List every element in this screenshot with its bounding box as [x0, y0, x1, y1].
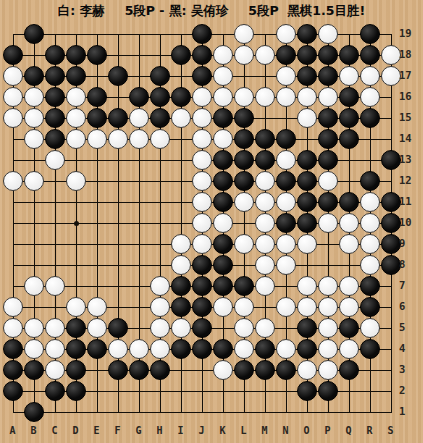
intersection-J18[interactable]: [191, 44, 212, 65]
intersection-P1[interactable]: [317, 401, 338, 422]
intersection-C12[interactable]: [44, 170, 65, 191]
intersection-P19[interactable]: [317, 23, 338, 44]
intersection-F11[interactable]: [107, 191, 128, 212]
intersection-F10[interactable]: [107, 212, 128, 233]
intersection-F14[interactable]: [107, 128, 128, 149]
intersection-N14[interactable]: [275, 128, 296, 149]
intersection-H12[interactable]: [149, 170, 170, 191]
intersection-G10[interactable]: [128, 212, 149, 233]
intersection-J14[interactable]: [191, 128, 212, 149]
intersection-R4[interactable]: [359, 338, 380, 359]
intersection-A5[interactable]: [2, 317, 23, 338]
intersection-Q16[interactable]: [338, 86, 359, 107]
intersection-G3[interactable]: [128, 359, 149, 380]
intersection-C19[interactable]: [44, 23, 65, 44]
intersection-O18[interactable]: [296, 44, 317, 65]
intersection-J9[interactable]: [191, 233, 212, 254]
intersection-D5[interactable]: [65, 317, 86, 338]
intersection-F1[interactable]: [107, 401, 128, 422]
intersection-C8[interactable]: [44, 254, 65, 275]
intersection-B17[interactable]: [23, 65, 44, 86]
intersection-S15[interactable]: [380, 107, 401, 128]
intersection-K13[interactable]: [212, 149, 233, 170]
intersection-H9[interactable]: [149, 233, 170, 254]
intersection-K6[interactable]: [212, 296, 233, 317]
intersection-S18[interactable]: [380, 44, 401, 65]
intersection-Q19[interactable]: [338, 23, 359, 44]
intersection-M13[interactable]: [254, 149, 275, 170]
intersection-E14[interactable]: [86, 128, 107, 149]
intersection-N16[interactable]: [275, 86, 296, 107]
intersection-H17[interactable]: [149, 65, 170, 86]
intersection-J2[interactable]: [191, 380, 212, 401]
intersection-H4[interactable]: [149, 338, 170, 359]
intersection-B16[interactable]: [23, 86, 44, 107]
intersection-S11[interactable]: [380, 191, 401, 212]
intersection-H2[interactable]: [149, 380, 170, 401]
intersection-B10[interactable]: [23, 212, 44, 233]
intersection-K19[interactable]: [212, 23, 233, 44]
intersection-K8[interactable]: [212, 254, 233, 275]
intersection-E12[interactable]: [86, 170, 107, 191]
intersection-J5[interactable]: [191, 317, 212, 338]
intersection-P9[interactable]: [317, 233, 338, 254]
intersection-A2[interactable]: [2, 380, 23, 401]
intersection-A7[interactable]: [2, 275, 23, 296]
intersection-M3[interactable]: [254, 359, 275, 380]
intersection-L8[interactable]: [233, 254, 254, 275]
intersection-N12[interactable]: [275, 170, 296, 191]
intersection-D2[interactable]: [65, 380, 86, 401]
intersection-F15[interactable]: [107, 107, 128, 128]
intersection-M10[interactable]: [254, 212, 275, 233]
intersection-F5[interactable]: [107, 317, 128, 338]
intersection-E10[interactable]: [86, 212, 107, 233]
intersection-F8[interactable]: [107, 254, 128, 275]
intersection-J7[interactable]: [191, 275, 212, 296]
intersection-H15[interactable]: [149, 107, 170, 128]
intersection-Q18[interactable]: [338, 44, 359, 65]
intersection-N1[interactable]: [275, 401, 296, 422]
intersection-Q1[interactable]: [338, 401, 359, 422]
intersection-O19[interactable]: [296, 23, 317, 44]
intersection-N9[interactable]: [275, 233, 296, 254]
intersection-Q15[interactable]: [338, 107, 359, 128]
intersection-K16[interactable]: [212, 86, 233, 107]
intersection-O5[interactable]: [296, 317, 317, 338]
intersection-H11[interactable]: [149, 191, 170, 212]
intersection-R9[interactable]: [359, 233, 380, 254]
intersection-N15[interactable]: [275, 107, 296, 128]
intersection-S14[interactable]: [380, 128, 401, 149]
intersection-A10[interactable]: [2, 212, 23, 233]
intersection-N18[interactable]: [275, 44, 296, 65]
intersection-S6[interactable]: [380, 296, 401, 317]
intersection-G16[interactable]: [128, 86, 149, 107]
intersection-G6[interactable]: [128, 296, 149, 317]
intersection-C4[interactable]: [44, 338, 65, 359]
intersection-H16[interactable]: [149, 86, 170, 107]
intersection-O10[interactable]: [296, 212, 317, 233]
intersection-R7[interactable]: [359, 275, 380, 296]
intersection-P8[interactable]: [317, 254, 338, 275]
intersection-P7[interactable]: [317, 275, 338, 296]
intersection-Q7[interactable]: [338, 275, 359, 296]
intersection-A9[interactable]: [2, 233, 23, 254]
intersection-G1[interactable]: [128, 401, 149, 422]
intersection-P3[interactable]: [317, 359, 338, 380]
intersection-N10[interactable]: [275, 212, 296, 233]
intersection-L2[interactable]: [233, 380, 254, 401]
intersection-J19[interactable]: [191, 23, 212, 44]
intersection-D4[interactable]: [65, 338, 86, 359]
intersection-A3[interactable]: [2, 359, 23, 380]
intersection-I4[interactable]: [170, 338, 191, 359]
intersection-H14[interactable]: [149, 128, 170, 149]
intersection-G12[interactable]: [128, 170, 149, 191]
intersection-R17[interactable]: [359, 65, 380, 86]
intersection-J13[interactable]: [191, 149, 212, 170]
intersection-I12[interactable]: [170, 170, 191, 191]
intersection-O14[interactable]: [296, 128, 317, 149]
intersection-I6[interactable]: [170, 296, 191, 317]
intersection-O16[interactable]: [296, 86, 317, 107]
intersection-J16[interactable]: [191, 86, 212, 107]
intersection-O6[interactable]: [296, 296, 317, 317]
intersection-O8[interactable]: [296, 254, 317, 275]
intersection-L10[interactable]: [233, 212, 254, 233]
intersection-S10[interactable]: [380, 212, 401, 233]
intersection-S1[interactable]: [380, 401, 401, 422]
intersection-P17[interactable]: [317, 65, 338, 86]
intersection-Q4[interactable]: [338, 338, 359, 359]
intersection-G11[interactable]: [128, 191, 149, 212]
intersection-B1[interactable]: [23, 401, 44, 422]
intersection-K4[interactable]: [212, 338, 233, 359]
intersection-R6[interactable]: [359, 296, 380, 317]
intersection-E16[interactable]: [86, 86, 107, 107]
intersection-M6[interactable]: [254, 296, 275, 317]
intersection-Q14[interactable]: [338, 128, 359, 149]
intersection-J12[interactable]: [191, 170, 212, 191]
intersection-L19[interactable]: [233, 23, 254, 44]
intersection-M18[interactable]: [254, 44, 275, 65]
intersection-L15[interactable]: [233, 107, 254, 128]
intersection-L3[interactable]: [233, 359, 254, 380]
intersection-F3[interactable]: [107, 359, 128, 380]
intersection-S3[interactable]: [380, 359, 401, 380]
intersection-A1[interactable]: [2, 401, 23, 422]
intersection-M12[interactable]: [254, 170, 275, 191]
intersection-P10[interactable]: [317, 212, 338, 233]
intersection-D1[interactable]: [65, 401, 86, 422]
intersection-C2[interactable]: [44, 380, 65, 401]
intersection-A13[interactable]: [2, 149, 23, 170]
intersection-M4[interactable]: [254, 338, 275, 359]
intersection-S5[interactable]: [380, 317, 401, 338]
intersection-J8[interactable]: [191, 254, 212, 275]
intersection-J10[interactable]: [191, 212, 212, 233]
intersection-P12[interactable]: [317, 170, 338, 191]
intersection-D16[interactable]: [65, 86, 86, 107]
intersection-F18[interactable]: [107, 44, 128, 65]
intersection-R12[interactable]: [359, 170, 380, 191]
intersection-G7[interactable]: [128, 275, 149, 296]
intersection-O12[interactable]: [296, 170, 317, 191]
intersection-E7[interactable]: [86, 275, 107, 296]
intersection-H7[interactable]: [149, 275, 170, 296]
intersection-Q3[interactable]: [338, 359, 359, 380]
intersection-C6[interactable]: [44, 296, 65, 317]
intersection-O15[interactable]: [296, 107, 317, 128]
intersection-Q17[interactable]: [338, 65, 359, 86]
intersection-H8[interactable]: [149, 254, 170, 275]
intersection-L4[interactable]: [233, 338, 254, 359]
intersection-M17[interactable]: [254, 65, 275, 86]
intersection-C13[interactable]: [44, 149, 65, 170]
intersection-L12[interactable]: [233, 170, 254, 191]
intersection-P15[interactable]: [317, 107, 338, 128]
intersection-F17[interactable]: [107, 65, 128, 86]
intersection-R13[interactable]: [359, 149, 380, 170]
intersection-H18[interactable]: [149, 44, 170, 65]
intersection-G14[interactable]: [128, 128, 149, 149]
intersection-N17[interactable]: [275, 65, 296, 86]
intersection-R11[interactable]: [359, 191, 380, 212]
intersection-M7[interactable]: [254, 275, 275, 296]
intersection-B6[interactable]: [23, 296, 44, 317]
intersection-G13[interactable]: [128, 149, 149, 170]
intersection-D14[interactable]: [65, 128, 86, 149]
intersection-R10[interactable]: [359, 212, 380, 233]
intersection-L7[interactable]: [233, 275, 254, 296]
intersection-N2[interactable]: [275, 380, 296, 401]
intersection-D15[interactable]: [65, 107, 86, 128]
intersection-M16[interactable]: [254, 86, 275, 107]
intersection-L5[interactable]: [233, 317, 254, 338]
intersection-K14[interactable]: [212, 128, 233, 149]
intersection-L13[interactable]: [233, 149, 254, 170]
intersection-B7[interactable]: [23, 275, 44, 296]
intersection-E19[interactable]: [86, 23, 107, 44]
intersection-J11[interactable]: [191, 191, 212, 212]
intersection-A4[interactable]: [2, 338, 23, 359]
intersection-S12[interactable]: [380, 170, 401, 191]
intersection-R3[interactable]: [359, 359, 380, 380]
intersection-I10[interactable]: [170, 212, 191, 233]
intersection-L18[interactable]: [233, 44, 254, 65]
intersection-K11[interactable]: [212, 191, 233, 212]
intersection-O1[interactable]: [296, 401, 317, 422]
intersection-D18[interactable]: [65, 44, 86, 65]
intersection-G17[interactable]: [128, 65, 149, 86]
intersection-K12[interactable]: [212, 170, 233, 191]
intersection-Q10[interactable]: [338, 212, 359, 233]
intersection-K7[interactable]: [212, 275, 233, 296]
intersection-C5[interactable]: [44, 317, 65, 338]
intersection-I1[interactable]: [170, 401, 191, 422]
intersection-O2[interactable]: [296, 380, 317, 401]
intersection-K1[interactable]: [212, 401, 233, 422]
intersection-I3[interactable]: [170, 359, 191, 380]
intersection-D13[interactable]: [65, 149, 86, 170]
intersection-K17[interactable]: [212, 65, 233, 86]
intersection-D10[interactable]: [65, 212, 86, 233]
intersection-E15[interactable]: [86, 107, 107, 128]
intersection-N6[interactable]: [275, 296, 296, 317]
intersection-P18[interactable]: [317, 44, 338, 65]
intersection-H5[interactable]: [149, 317, 170, 338]
intersection-F12[interactable]: [107, 170, 128, 191]
intersection-B13[interactable]: [23, 149, 44, 170]
intersection-I18[interactable]: [170, 44, 191, 65]
intersection-A8[interactable]: [2, 254, 23, 275]
intersection-I11[interactable]: [170, 191, 191, 212]
intersection-S17[interactable]: [380, 65, 401, 86]
intersection-O9[interactable]: [296, 233, 317, 254]
intersection-I9[interactable]: [170, 233, 191, 254]
intersection-F16[interactable]: [107, 86, 128, 107]
intersection-H1[interactable]: [149, 401, 170, 422]
intersection-O17[interactable]: [296, 65, 317, 86]
intersection-E5[interactable]: [86, 317, 107, 338]
intersection-N11[interactable]: [275, 191, 296, 212]
intersection-A15[interactable]: [2, 107, 23, 128]
intersection-C18[interactable]: [44, 44, 65, 65]
intersection-I15[interactable]: [170, 107, 191, 128]
intersection-B5[interactable]: [23, 317, 44, 338]
intersection-A12[interactable]: [2, 170, 23, 191]
intersection-I2[interactable]: [170, 380, 191, 401]
intersection-L1[interactable]: [233, 401, 254, 422]
intersection-D3[interactable]: [65, 359, 86, 380]
intersection-B12[interactable]: [23, 170, 44, 191]
intersection-P14[interactable]: [317, 128, 338, 149]
intersection-B11[interactable]: [23, 191, 44, 212]
intersection-O13[interactable]: [296, 149, 317, 170]
intersection-E6[interactable]: [86, 296, 107, 317]
intersection-C7[interactable]: [44, 275, 65, 296]
intersection-J3[interactable]: [191, 359, 212, 380]
intersection-I7[interactable]: [170, 275, 191, 296]
intersection-D8[interactable]: [65, 254, 86, 275]
intersection-F7[interactable]: [107, 275, 128, 296]
intersection-L6[interactable]: [233, 296, 254, 317]
intersection-L11[interactable]: [233, 191, 254, 212]
intersection-S13[interactable]: [380, 149, 401, 170]
intersection-G4[interactable]: [128, 338, 149, 359]
intersection-N13[interactable]: [275, 149, 296, 170]
intersection-S7[interactable]: [380, 275, 401, 296]
intersection-B3[interactable]: [23, 359, 44, 380]
intersection-E17[interactable]: [86, 65, 107, 86]
intersection-E1[interactable]: [86, 401, 107, 422]
intersection-M5[interactable]: [254, 317, 275, 338]
intersection-S9[interactable]: [380, 233, 401, 254]
intersection-D11[interactable]: [65, 191, 86, 212]
intersection-S16[interactable]: [380, 86, 401, 107]
intersection-G19[interactable]: [128, 23, 149, 44]
intersection-B2[interactable]: [23, 380, 44, 401]
intersection-I17[interactable]: [170, 65, 191, 86]
intersection-K10[interactable]: [212, 212, 233, 233]
intersection-E8[interactable]: [86, 254, 107, 275]
intersection-A6[interactable]: [2, 296, 23, 317]
intersection-J6[interactable]: [191, 296, 212, 317]
intersection-B4[interactable]: [23, 338, 44, 359]
intersection-A11[interactable]: [2, 191, 23, 212]
intersection-P6[interactable]: [317, 296, 338, 317]
intersection-J4[interactable]: [191, 338, 212, 359]
intersection-N7[interactable]: [275, 275, 296, 296]
intersection-E18[interactable]: [86, 44, 107, 65]
intersection-H13[interactable]: [149, 149, 170, 170]
intersection-B8[interactable]: [23, 254, 44, 275]
intersection-G15[interactable]: [128, 107, 149, 128]
intersection-L16[interactable]: [233, 86, 254, 107]
intersection-S19[interactable]: [380, 23, 401, 44]
intersection-R14[interactable]: [359, 128, 380, 149]
intersection-B15[interactable]: [23, 107, 44, 128]
intersection-N3[interactable]: [275, 359, 296, 380]
intersection-H10[interactable]: [149, 212, 170, 233]
intersection-F13[interactable]: [107, 149, 128, 170]
intersection-Q13[interactable]: [338, 149, 359, 170]
intersection-E4[interactable]: [86, 338, 107, 359]
intersection-A19[interactable]: [2, 23, 23, 44]
intersection-J17[interactable]: [191, 65, 212, 86]
intersection-P5[interactable]: [317, 317, 338, 338]
intersection-L9[interactable]: [233, 233, 254, 254]
intersection-G5[interactable]: [128, 317, 149, 338]
intersection-P11[interactable]: [317, 191, 338, 212]
intersection-D6[interactable]: [65, 296, 86, 317]
intersection-S4[interactable]: [380, 338, 401, 359]
intersection-O11[interactable]: [296, 191, 317, 212]
intersection-C17[interactable]: [44, 65, 65, 86]
intersection-L17[interactable]: [233, 65, 254, 86]
intersection-S8[interactable]: [380, 254, 401, 275]
intersection-Q6[interactable]: [338, 296, 359, 317]
intersection-E3[interactable]: [86, 359, 107, 380]
intersection-C16[interactable]: [44, 86, 65, 107]
intersection-Q8[interactable]: [338, 254, 359, 275]
intersection-E13[interactable]: [86, 149, 107, 170]
intersection-N19[interactable]: [275, 23, 296, 44]
intersection-Q2[interactable]: [338, 380, 359, 401]
intersection-R19[interactable]: [359, 23, 380, 44]
intersection-F4[interactable]: [107, 338, 128, 359]
intersection-L14[interactable]: [233, 128, 254, 149]
intersection-F6[interactable]: [107, 296, 128, 317]
intersection-R15[interactable]: [359, 107, 380, 128]
intersection-D12[interactable]: [65, 170, 86, 191]
intersection-C9[interactable]: [44, 233, 65, 254]
intersection-R16[interactable]: [359, 86, 380, 107]
intersection-P13[interactable]: [317, 149, 338, 170]
intersection-N5[interactable]: [275, 317, 296, 338]
intersection-M8[interactable]: [254, 254, 275, 275]
intersection-I14[interactable]: [170, 128, 191, 149]
intersection-Q5[interactable]: [338, 317, 359, 338]
intersection-G9[interactable]: [128, 233, 149, 254]
intersection-G2[interactable]: [128, 380, 149, 401]
intersection-C3[interactable]: [44, 359, 65, 380]
intersection-R1[interactable]: [359, 401, 380, 422]
intersection-E9[interactable]: [86, 233, 107, 254]
intersection-J1[interactable]: [191, 401, 212, 422]
intersection-O3[interactable]: [296, 359, 317, 380]
